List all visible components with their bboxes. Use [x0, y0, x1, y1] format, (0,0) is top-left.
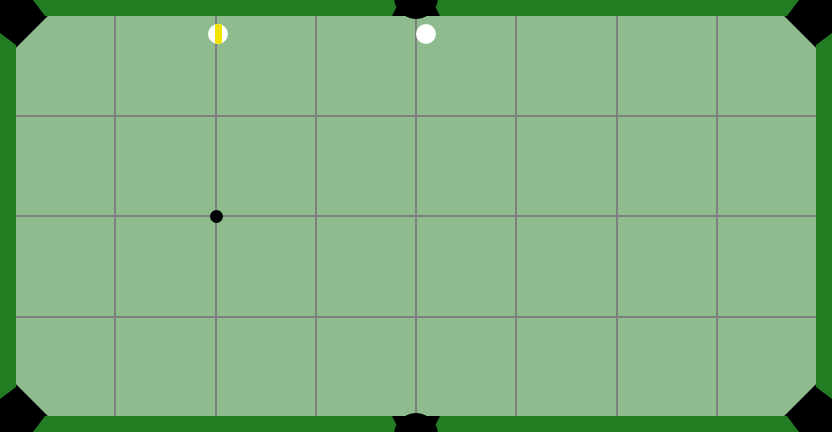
- yellow-stripe: [215, 24, 222, 44]
- cloth-cell: [718, 16, 816, 115]
- cloth-cell: [317, 117, 415, 216]
- cloth-cell: [116, 16, 214, 115]
- cloth-cell: [517, 117, 615, 216]
- cloth-cell: [517, 16, 615, 115]
- bottom-rail-right-segment: [416, 416, 832, 432]
- bottom-rail-left-segment: [0, 416, 416, 432]
- cloth-cell: [618, 318, 716, 417]
- yellow-stripe-ball[interactable]: [208, 24, 228, 44]
- right-rail: [816, 0, 832, 432]
- cloth-cell: [618, 16, 716, 115]
- cloth-cell: [718, 318, 816, 417]
- cloth-cell: [417, 217, 515, 316]
- cloth-cell: [16, 217, 114, 316]
- cloth-cell: [517, 217, 615, 316]
- cloth-cell: [116, 117, 214, 216]
- cloth-cell: [417, 117, 515, 216]
- cloth-cell: [718, 117, 816, 216]
- cloth-cell: [618, 217, 716, 316]
- cloth-cell: [417, 318, 515, 417]
- cloth-cell: [317, 16, 415, 115]
- cloth-cell: [16, 318, 114, 417]
- pool-table: [0, 0, 832, 432]
- cloth-cell: [718, 217, 816, 316]
- cloth-cell: [317, 318, 415, 417]
- cloth-cell: [517, 318, 615, 417]
- bottom-left-pocket: [0, 405, 27, 432]
- top-rail-left-segment: [0, 0, 416, 16]
- cue-ball[interactable]: [416, 24, 436, 44]
- cloth-cell: [16, 16, 114, 115]
- bottom-right-pocket: [805, 405, 832, 432]
- top-left-pocket: [0, 0, 27, 27]
- left-rail: [0, 0, 16, 432]
- top-right-pocket: [805, 0, 832, 27]
- table-spot: [210, 210, 223, 223]
- cloth-cell: [217, 16, 315, 115]
- cloth-cell: [217, 117, 315, 216]
- cloth-cell: [618, 117, 716, 216]
- cloth-cell: [217, 217, 315, 316]
- cloth-cell: [317, 217, 415, 316]
- cloth-cell: [217, 318, 315, 417]
- cloth-cell: [116, 318, 214, 417]
- top-rail-right-segment: [416, 0, 832, 16]
- cloth-cell: [116, 217, 214, 316]
- table-cloth[interactable]: [16, 16, 816, 416]
- cloth-cell: [16, 117, 114, 216]
